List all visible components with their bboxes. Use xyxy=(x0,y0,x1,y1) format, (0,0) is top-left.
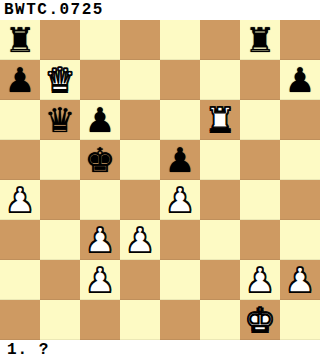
square-h7[interactable]: ♟ xyxy=(280,60,320,100)
square-c8[interactable] xyxy=(80,20,120,60)
square-h4[interactable] xyxy=(280,180,320,220)
square-f1[interactable] xyxy=(200,300,240,340)
black-pawn-piece: ♟ xyxy=(85,100,115,140)
square-g2[interactable]: ♟ xyxy=(240,260,280,300)
white-pawn-piece: ♟ xyxy=(165,180,195,220)
black-pawn-piece: ♟ xyxy=(5,60,35,100)
square-b7[interactable]: ♛ xyxy=(40,60,80,100)
square-c3[interactable]: ♟ xyxy=(80,220,120,260)
square-c6[interactable]: ♟ xyxy=(80,100,120,140)
square-h1[interactable] xyxy=(280,300,320,340)
square-e5[interactable]: ♟ xyxy=(160,140,200,180)
square-f5[interactable] xyxy=(200,140,240,180)
square-b5[interactable] xyxy=(40,140,80,180)
square-a5[interactable] xyxy=(0,140,40,180)
square-a4[interactable]: ♟ xyxy=(0,180,40,220)
square-a2[interactable] xyxy=(0,260,40,300)
white-queen-piece: ♛ xyxy=(45,60,75,100)
square-c7[interactable] xyxy=(80,60,120,100)
square-e2[interactable] xyxy=(160,260,200,300)
black-pawn-piece: ♟ xyxy=(285,60,315,100)
square-h5[interactable] xyxy=(280,140,320,180)
square-f4[interactable] xyxy=(200,180,240,220)
square-g5[interactable] xyxy=(240,140,280,180)
square-h3[interactable] xyxy=(280,220,320,260)
square-b3[interactable] xyxy=(40,220,80,260)
square-b8[interactable] xyxy=(40,20,80,60)
square-h6[interactable] xyxy=(280,100,320,140)
square-g6[interactable] xyxy=(240,100,280,140)
square-g3[interactable] xyxy=(240,220,280,260)
square-g1[interactable]: ♚ xyxy=(240,300,280,340)
square-a7[interactable]: ♟ xyxy=(0,60,40,100)
square-f8[interactable] xyxy=(200,20,240,60)
square-a3[interactable] xyxy=(0,220,40,260)
square-d3[interactable]: ♟ xyxy=(120,220,160,260)
square-c4[interactable] xyxy=(80,180,120,220)
square-d6[interactable] xyxy=(120,100,160,140)
square-g7[interactable] xyxy=(240,60,280,100)
square-d5[interactable] xyxy=(120,140,160,180)
square-f7[interactable] xyxy=(200,60,240,100)
square-d7[interactable] xyxy=(120,60,160,100)
black-rook-piece: ♜ xyxy=(245,20,275,60)
square-f2[interactable] xyxy=(200,260,240,300)
white-pawn-piece: ♟ xyxy=(5,180,35,220)
page-title: BWTC.0725 xyxy=(0,0,320,20)
square-f6[interactable]: ♜ xyxy=(200,100,240,140)
square-e3[interactable] xyxy=(160,220,200,260)
chess-problem-window: BWTC.0725 ♜♜♟♛♟♛♟♜♚♟♟♟♟♟♟♟♟♚ 1. ? xyxy=(0,0,320,360)
square-a1[interactable] xyxy=(0,300,40,340)
square-b1[interactable] xyxy=(40,300,80,340)
square-h8[interactable] xyxy=(280,20,320,60)
square-g4[interactable] xyxy=(240,180,280,220)
square-c5[interactable]: ♚ xyxy=(80,140,120,180)
square-c1[interactable] xyxy=(80,300,120,340)
black-pawn-piece: ♟ xyxy=(165,140,195,180)
white-pawn-piece: ♟ xyxy=(85,220,115,260)
square-e8[interactable] xyxy=(160,20,200,60)
square-d2[interactable] xyxy=(120,260,160,300)
chess-board: ♜♜♟♛♟♛♟♜♚♟♟♟♟♟♟♟♟♚ xyxy=(0,20,320,340)
black-rook-piece: ♜ xyxy=(5,20,35,60)
square-e7[interactable] xyxy=(160,60,200,100)
white-king-piece: ♚ xyxy=(245,300,275,340)
white-pawn-piece: ♟ xyxy=(125,220,155,260)
black-king-piece: ♚ xyxy=(85,140,115,180)
square-a6[interactable] xyxy=(0,100,40,140)
square-h2[interactable]: ♟ xyxy=(280,260,320,300)
square-b6[interactable]: ♛ xyxy=(40,100,80,140)
square-f3[interactable] xyxy=(200,220,240,260)
square-a8[interactable]: ♜ xyxy=(0,20,40,60)
square-e6[interactable] xyxy=(160,100,200,140)
white-rook-piece: ♜ xyxy=(205,100,235,140)
square-d4[interactable] xyxy=(120,180,160,220)
square-g8[interactable]: ♜ xyxy=(240,20,280,60)
square-b4[interactable] xyxy=(40,180,80,220)
square-b2[interactable] xyxy=(40,260,80,300)
white-pawn-piece: ♟ xyxy=(245,260,275,300)
move-prompt: 1. ? xyxy=(0,340,320,360)
square-d8[interactable] xyxy=(120,20,160,60)
white-pawn-piece: ♟ xyxy=(85,260,115,300)
square-e1[interactable] xyxy=(160,300,200,340)
white-pawn-piece: ♟ xyxy=(285,260,315,300)
black-queen-piece: ♛ xyxy=(45,100,75,140)
square-d1[interactable] xyxy=(120,300,160,340)
square-c2[interactable]: ♟ xyxy=(80,260,120,300)
square-e4[interactable]: ♟ xyxy=(160,180,200,220)
